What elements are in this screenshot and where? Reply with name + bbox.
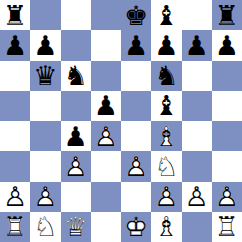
square-d1[interactable] xyxy=(91,212,121,242)
white-rook[interactable]: ♜♖ xyxy=(212,212,242,242)
black-piece-glyph: ♜ xyxy=(212,0,242,30)
square-f1[interactable]: ♝♗ xyxy=(151,212,181,242)
white-piece-outline: ♙ xyxy=(212,182,242,212)
white-piece-outline: ♘ xyxy=(30,212,60,242)
square-e8[interactable]: ♚ xyxy=(121,0,151,30)
square-g2[interactable]: ♟♙ xyxy=(182,182,212,212)
square-a7[interactable]: ♟ xyxy=(0,30,30,60)
black-knight[interactable]: ♞ xyxy=(151,61,181,91)
white-piece-outline: ♗ xyxy=(151,212,181,242)
square-e1[interactable]: ♚♔ xyxy=(121,212,151,242)
white-piece-outline: ♖ xyxy=(0,212,30,242)
square-h5[interactable] xyxy=(212,91,242,121)
square-f4[interactable]: ♝♗ xyxy=(151,121,181,151)
square-g7[interactable]: ♟ xyxy=(182,30,212,60)
square-g6[interactable] xyxy=(182,61,212,91)
square-d3[interactable] xyxy=(91,151,121,181)
square-c3[interactable]: ♟♙ xyxy=(61,151,91,181)
black-king[interactable]: ♚ xyxy=(121,0,151,30)
white-pawn[interactable]: ♟♙ xyxy=(30,182,60,212)
chess-board: ♜♚♝♜♟♟♟♟♟♟♛♞♞♟♝♟♟♙♝♗♟♙♟♙♞♘♟♙♟♙♟♙♟♙♟♙♜♖♞♘… xyxy=(0,0,242,242)
square-b3[interactable] xyxy=(30,151,60,181)
square-d2[interactable] xyxy=(91,182,121,212)
square-g3[interactable] xyxy=(182,151,212,181)
square-d6[interactable] xyxy=(91,61,121,91)
white-piece-outline: ♙ xyxy=(61,151,91,181)
white-bishop[interactable]: ♝♗ xyxy=(151,212,181,242)
square-h4[interactable] xyxy=(212,121,242,151)
black-piece-glyph: ♟ xyxy=(0,30,30,60)
white-piece-outline: ♙ xyxy=(30,182,60,212)
square-a6[interactable] xyxy=(0,61,30,91)
square-d7[interactable] xyxy=(91,30,121,60)
square-d8[interactable] xyxy=(91,0,121,30)
square-h3[interactable] xyxy=(212,151,242,181)
black-piece-glyph: ♟ xyxy=(212,30,242,60)
white-knight[interactable]: ♞♘ xyxy=(30,212,60,242)
white-piece-outline: ♙ xyxy=(121,151,151,181)
square-h2[interactable]: ♟♙ xyxy=(212,182,242,212)
black-pawn[interactable]: ♟ xyxy=(151,30,181,60)
black-knight[interactable]: ♞ xyxy=(61,61,91,91)
black-piece-glyph: ♞ xyxy=(151,61,181,91)
white-piece-outline: ♘ xyxy=(151,151,181,181)
square-e4[interactable] xyxy=(121,121,151,151)
square-d4[interactable]: ♟♙ xyxy=(91,121,121,151)
white-pawn[interactable]: ♟♙ xyxy=(0,182,30,212)
square-e2[interactable] xyxy=(121,182,151,212)
square-b4[interactable] xyxy=(30,121,60,151)
black-pawn[interactable]: ♟ xyxy=(91,91,121,121)
black-pawn[interactable]: ♟ xyxy=(121,30,151,60)
black-piece-glyph: ♟ xyxy=(30,30,60,60)
square-e7[interactable]: ♟ xyxy=(121,30,151,60)
square-a4[interactable] xyxy=(0,121,30,151)
square-b8[interactable] xyxy=(30,0,60,30)
white-piece-outline: ♖ xyxy=(212,212,242,242)
white-pawn[interactable]: ♟♙ xyxy=(212,182,242,212)
black-piece-glyph: ♝ xyxy=(151,91,181,121)
square-c7[interactable] xyxy=(61,30,91,60)
black-piece-glyph: ♜ xyxy=(0,0,30,30)
black-bishop[interactable]: ♝ xyxy=(151,91,181,121)
white-pawn[interactable]: ♟♙ xyxy=(121,151,151,181)
white-piece-outline: ♔ xyxy=(121,212,151,242)
white-knight[interactable]: ♞♘ xyxy=(151,151,181,181)
square-e3[interactable]: ♟♙ xyxy=(121,151,151,181)
white-piece-outline: ♙ xyxy=(91,121,121,151)
square-h7[interactable]: ♟ xyxy=(212,30,242,60)
white-piece-outline: ♙ xyxy=(0,182,30,212)
black-pawn[interactable]: ♟ xyxy=(212,30,242,60)
white-piece-outline: ♗ xyxy=(151,121,181,151)
square-f7[interactable]: ♟ xyxy=(151,30,181,60)
square-f8[interactable]: ♝ xyxy=(151,0,181,30)
square-a5[interactable] xyxy=(0,91,30,121)
white-piece-outline: ♕ xyxy=(61,212,91,242)
square-b2[interactable]: ♟♙ xyxy=(30,182,60,212)
square-h6[interactable] xyxy=(212,61,242,91)
square-g5[interactable] xyxy=(182,91,212,121)
white-pawn[interactable]: ♟♙ xyxy=(182,182,212,212)
square-h8[interactable]: ♜ xyxy=(212,0,242,30)
square-c4[interactable]: ♟ xyxy=(61,121,91,151)
square-d5[interactable]: ♟ xyxy=(91,91,121,121)
white-piece-outline: ♙ xyxy=(182,182,212,212)
white-pawn[interactable]: ♟♙ xyxy=(91,121,121,151)
square-b1[interactable]: ♞♘ xyxy=(30,212,60,242)
black-piece-glyph: ♚ xyxy=(121,0,151,30)
black-piece-glyph: ♟ xyxy=(182,30,212,60)
square-c2[interactable] xyxy=(61,182,91,212)
square-f2[interactable]: ♟♙ xyxy=(151,182,181,212)
black-piece-glyph: ♛ xyxy=(30,61,60,91)
black-bishop[interactable]: ♝ xyxy=(151,0,181,30)
black-pawn[interactable]: ♟ xyxy=(30,30,60,60)
square-e5[interactable] xyxy=(121,91,151,121)
white-bishop[interactable]: ♝♗ xyxy=(151,121,181,151)
square-c1[interactable]: ♛♕ xyxy=(61,212,91,242)
square-a1[interactable]: ♜♖ xyxy=(0,212,30,242)
white-pawn[interactable]: ♟♙ xyxy=(61,151,91,181)
square-g8[interactable] xyxy=(182,0,212,30)
black-pawn[interactable]: ♟ xyxy=(0,30,30,60)
square-h1[interactable]: ♜♖ xyxy=(212,212,242,242)
white-pawn[interactable]: ♟♙ xyxy=(151,182,181,212)
black-piece-glyph: ♟ xyxy=(61,121,91,151)
square-a3[interactable] xyxy=(0,151,30,181)
black-queen[interactable]: ♛ xyxy=(30,61,60,91)
square-b5[interactable] xyxy=(30,91,60,121)
black-rook[interactable]: ♜ xyxy=(0,0,30,30)
square-c8[interactable] xyxy=(61,0,91,30)
black-piece-glyph: ♟ xyxy=(151,30,181,60)
square-f5[interactable]: ♝ xyxy=(151,91,181,121)
white-queen[interactable]: ♛♕ xyxy=(61,212,91,242)
square-c6[interactable]: ♞ xyxy=(61,61,91,91)
black-piece-glyph: ♟ xyxy=(91,91,121,121)
black-piece-glyph: ♞ xyxy=(61,61,91,91)
black-pawn[interactable]: ♟ xyxy=(182,30,212,60)
white-king[interactable]: ♚♔ xyxy=(121,212,151,242)
square-e6[interactable] xyxy=(121,61,151,91)
square-a2[interactable]: ♟♙ xyxy=(0,182,30,212)
square-b6[interactable]: ♛ xyxy=(30,61,60,91)
square-f3[interactable]: ♞♘ xyxy=(151,151,181,181)
black-piece-glyph: ♝ xyxy=(151,0,181,30)
black-rook[interactable]: ♜ xyxy=(212,0,242,30)
square-a8[interactable]: ♜ xyxy=(0,0,30,30)
square-g4[interactable] xyxy=(182,121,212,151)
black-pawn[interactable]: ♟ xyxy=(61,121,91,151)
black-piece-glyph: ♟ xyxy=(121,30,151,60)
square-g1[interactable] xyxy=(182,212,212,242)
white-piece-outline: ♙ xyxy=(151,182,181,212)
square-b7[interactable]: ♟ xyxy=(30,30,60,60)
square-f6[interactable]: ♞ xyxy=(151,61,181,91)
white-rook[interactable]: ♜♖ xyxy=(0,212,30,242)
square-c5[interactable] xyxy=(61,91,91,121)
